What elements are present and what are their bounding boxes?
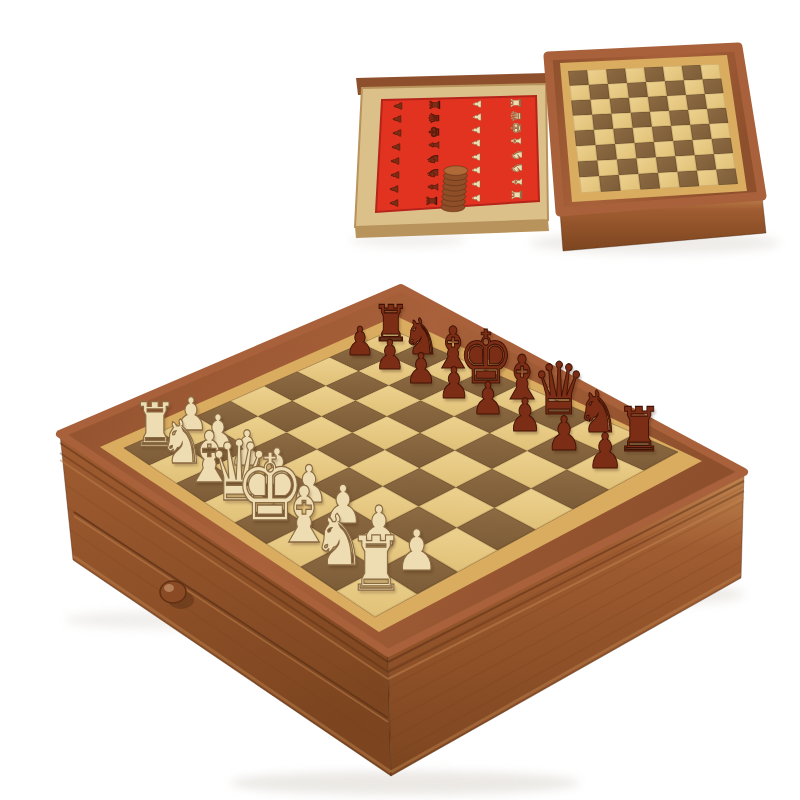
stored-light-knight[interactable]: ♞ xyxy=(510,162,524,175)
drawer-pieces-layer: ♟♟♟♟♟♟♟♟♜♛♚♝♞♞♝♜♟♟♟♟♟♟♟♟♜♛♚♝♞♞♝♜ xyxy=(0,0,800,800)
stored-dark-pawn[interactable]: ♟ xyxy=(392,115,403,125)
stored-dark-pawn[interactable]: ♟ xyxy=(392,101,403,111)
stored-light-knight[interactable]: ♞ xyxy=(510,148,524,161)
stored-light-pawn[interactable]: ♟ xyxy=(471,193,482,203)
stored-light-bishop[interactable]: ♝ xyxy=(509,135,523,148)
stored-dark-queen[interactable]: ♛ xyxy=(427,112,441,125)
stored-dark-rook[interactable]: ♜ xyxy=(425,195,439,208)
stored-dark-pawn[interactable]: ♟ xyxy=(390,156,401,166)
stored-light-pawn[interactable]: ♟ xyxy=(471,99,482,109)
stored-dark-pawn[interactable]: ♟ xyxy=(389,184,400,194)
stored-light-pawn[interactable]: ♟ xyxy=(471,165,482,175)
stored-dark-rook[interactable]: ♜ xyxy=(428,99,442,112)
stored-dark-knight[interactable]: ♞ xyxy=(426,166,440,179)
stored-light-king[interactable]: ♚ xyxy=(509,122,523,135)
stored-light-bishop[interactable]: ♝ xyxy=(510,175,524,188)
chess-set-product-photo: ♜♞♝♚♝♛♞♜♟♟♟♟♟♟♟♟♟♟♟♟♟♟♟♟♜♞♝♛♚♝♞♜ ♟♟♟♟♟♟♟… xyxy=(0,0,800,800)
stored-dark-pawn[interactable]: ♟ xyxy=(389,170,400,180)
stored-dark-bishop[interactable]: ♝ xyxy=(427,139,441,152)
stored-dark-pawn[interactable]: ♟ xyxy=(391,128,402,138)
stored-dark-king[interactable]: ♚ xyxy=(427,125,441,138)
stored-light-pawn[interactable]: ♟ xyxy=(471,125,482,135)
stored-light-pawn[interactable]: ♟ xyxy=(471,138,482,148)
stored-light-rook[interactable]: ♜ xyxy=(509,97,523,110)
stored-light-pawn[interactable]: ♟ xyxy=(471,179,482,189)
stored-dark-pawn[interactable]: ♟ xyxy=(391,142,402,152)
stored-light-queen[interactable]: ♛ xyxy=(509,109,523,122)
stored-light-pawn[interactable]: ♟ xyxy=(471,152,482,162)
stored-light-pawn[interactable]: ♟ xyxy=(471,112,482,122)
stored-dark-knight[interactable]: ♞ xyxy=(426,152,440,165)
stored-dark-pawn[interactable]: ♟ xyxy=(388,199,399,209)
stored-light-rook[interactable]: ♜ xyxy=(510,189,524,202)
stored-dark-bishop[interactable]: ♝ xyxy=(426,180,440,193)
